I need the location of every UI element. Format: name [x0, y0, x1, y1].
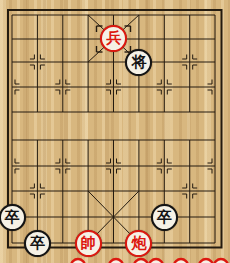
red-general[interactable]: 帥 — [75, 230, 102, 257]
cutoff-piece — [214, 259, 228, 263]
black-soldier[interactable]: 卒 — [24, 230, 51, 257]
cutoff-piece — [149, 259, 163, 263]
black-soldier[interactable]: 卒 — [151, 204, 178, 231]
cutoff-piece — [199, 259, 213, 263]
black-soldier[interactable]: 卒 — [0, 204, 26, 231]
cutoff-piece — [71, 259, 85, 263]
cutoff-piece — [174, 259, 188, 263]
cutoff-piece — [109, 259, 123, 263]
cutoff-piece — [134, 259, 148, 263]
piece-layer: 兵将卒卒卒帥炮 — [0, 3, 228, 256]
red-cannon[interactable]: 炮 — [125, 230, 152, 257]
red-soldier[interactable]: 兵 — [100, 25, 127, 52]
xiangqi-board: 兵将卒卒卒帥炮 — [0, 0, 230, 263]
black-general[interactable]: 将 — [125, 49, 152, 76]
